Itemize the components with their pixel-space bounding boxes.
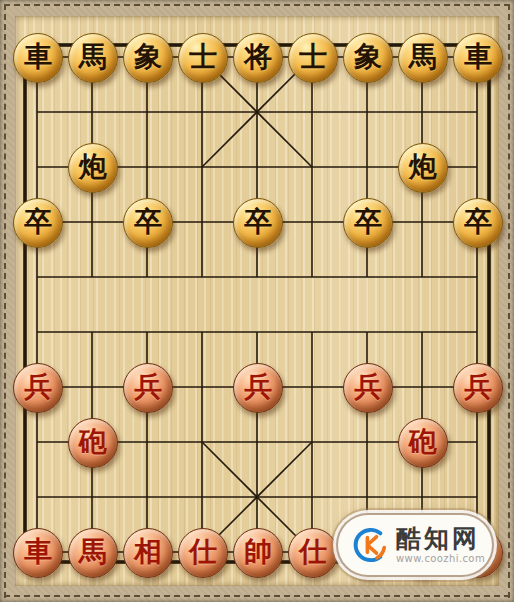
piece-black-chariot[interactable]: 車 bbox=[13, 33, 63, 83]
piece-glyph: 卒 bbox=[354, 208, 382, 236]
xiangqi-board-screenshot: 車馬象士将士象馬車炮炮卒卒卒卒卒兵兵兵兵兵砲砲車馬相仕帥仕相馬車 酷知网 www… bbox=[0, 0, 514, 602]
piece-red-soldier[interactable]: 兵 bbox=[343, 363, 393, 413]
piece-glyph: 相 bbox=[134, 538, 162, 566]
pieces-layer: 車馬象士将士象馬車炮炮卒卒卒卒卒兵兵兵兵兵砲砲車馬相仕帥仕相馬車 bbox=[0, 0, 514, 602]
piece-glyph: 仕 bbox=[299, 538, 327, 566]
piece-red-soldier[interactable]: 兵 bbox=[123, 363, 173, 413]
piece-red-cannon[interactable]: 砲 bbox=[68, 418, 118, 468]
piece-red-elephant[interactable]: 相 bbox=[123, 528, 173, 578]
coozhi-logo-icon bbox=[351, 526, 389, 564]
watermark-site-name: 酷知网 bbox=[396, 526, 480, 552]
piece-glyph: 馬 bbox=[79, 43, 107, 71]
piece-red-soldier[interactable]: 兵 bbox=[453, 363, 503, 413]
piece-glyph: 車 bbox=[24, 538, 52, 566]
piece-red-chariot[interactable]: 車 bbox=[13, 528, 63, 578]
piece-black-soldier[interactable]: 卒 bbox=[13, 198, 63, 248]
piece-glyph: 卒 bbox=[464, 208, 492, 236]
piece-glyph: 象 bbox=[354, 43, 382, 71]
piece-glyph: 士 bbox=[189, 43, 217, 71]
piece-black-soldier[interactable]: 卒 bbox=[453, 198, 503, 248]
piece-glyph: 象 bbox=[134, 43, 162, 71]
piece-glyph: 卒 bbox=[134, 208, 162, 236]
coozhi-watermark: 酷知网 www.coozhi.com bbox=[336, 513, 494, 577]
piece-black-advisor[interactable]: 士 bbox=[178, 33, 228, 83]
piece-black-soldier[interactable]: 卒 bbox=[343, 198, 393, 248]
piece-black-cannon[interactable]: 炮 bbox=[398, 143, 448, 193]
piece-black-elephant[interactable]: 象 bbox=[343, 33, 393, 83]
piece-glyph: 砲 bbox=[409, 428, 437, 456]
piece-black-elephant[interactable]: 象 bbox=[123, 33, 173, 83]
piece-black-horse[interactable]: 馬 bbox=[68, 33, 118, 83]
piece-red-general[interactable]: 帥 bbox=[233, 528, 283, 578]
piece-glyph: 炮 bbox=[79, 153, 107, 181]
watermark-site-url: www.coozhi.com bbox=[396, 553, 485, 564]
piece-glyph: 卒 bbox=[244, 208, 272, 236]
piece-glyph: 将 bbox=[244, 43, 272, 71]
piece-red-advisor[interactable]: 仕 bbox=[178, 528, 228, 578]
piece-black-advisor[interactable]: 士 bbox=[288, 33, 338, 83]
piece-red-soldier[interactable]: 兵 bbox=[233, 363, 283, 413]
piece-black-soldier[interactable]: 卒 bbox=[233, 198, 283, 248]
piece-glyph: 炮 bbox=[409, 153, 437, 181]
piece-red-soldier[interactable]: 兵 bbox=[13, 363, 63, 413]
piece-black-cannon[interactable]: 炮 bbox=[68, 143, 118, 193]
piece-glyph: 仕 bbox=[189, 538, 217, 566]
watermark-text: 酷知网 www.coozhi.com bbox=[396, 526, 485, 564]
piece-glyph: 兵 bbox=[354, 373, 382, 401]
piece-glyph: 車 bbox=[464, 43, 492, 71]
piece-black-general[interactable]: 将 bbox=[233, 33, 283, 83]
piece-red-cannon[interactable]: 砲 bbox=[398, 418, 448, 468]
piece-glyph: 車 bbox=[24, 43, 52, 71]
piece-glyph: 士 bbox=[299, 43, 327, 71]
piece-glyph: 兵 bbox=[134, 373, 162, 401]
piece-black-soldier[interactable]: 卒 bbox=[123, 198, 173, 248]
piece-glyph: 馬 bbox=[409, 43, 437, 71]
piece-red-horse[interactable]: 馬 bbox=[68, 528, 118, 578]
piece-glyph: 馬 bbox=[79, 538, 107, 566]
piece-glyph: 兵 bbox=[24, 373, 52, 401]
piece-glyph: 兵 bbox=[464, 373, 492, 401]
piece-glyph: 卒 bbox=[24, 208, 52, 236]
piece-glyph: 砲 bbox=[79, 428, 107, 456]
piece-black-chariot[interactable]: 車 bbox=[453, 33, 503, 83]
piece-red-advisor[interactable]: 仕 bbox=[288, 528, 338, 578]
piece-black-horse[interactable]: 馬 bbox=[398, 33, 448, 83]
piece-glyph: 兵 bbox=[244, 373, 272, 401]
piece-glyph: 帥 bbox=[244, 538, 272, 566]
